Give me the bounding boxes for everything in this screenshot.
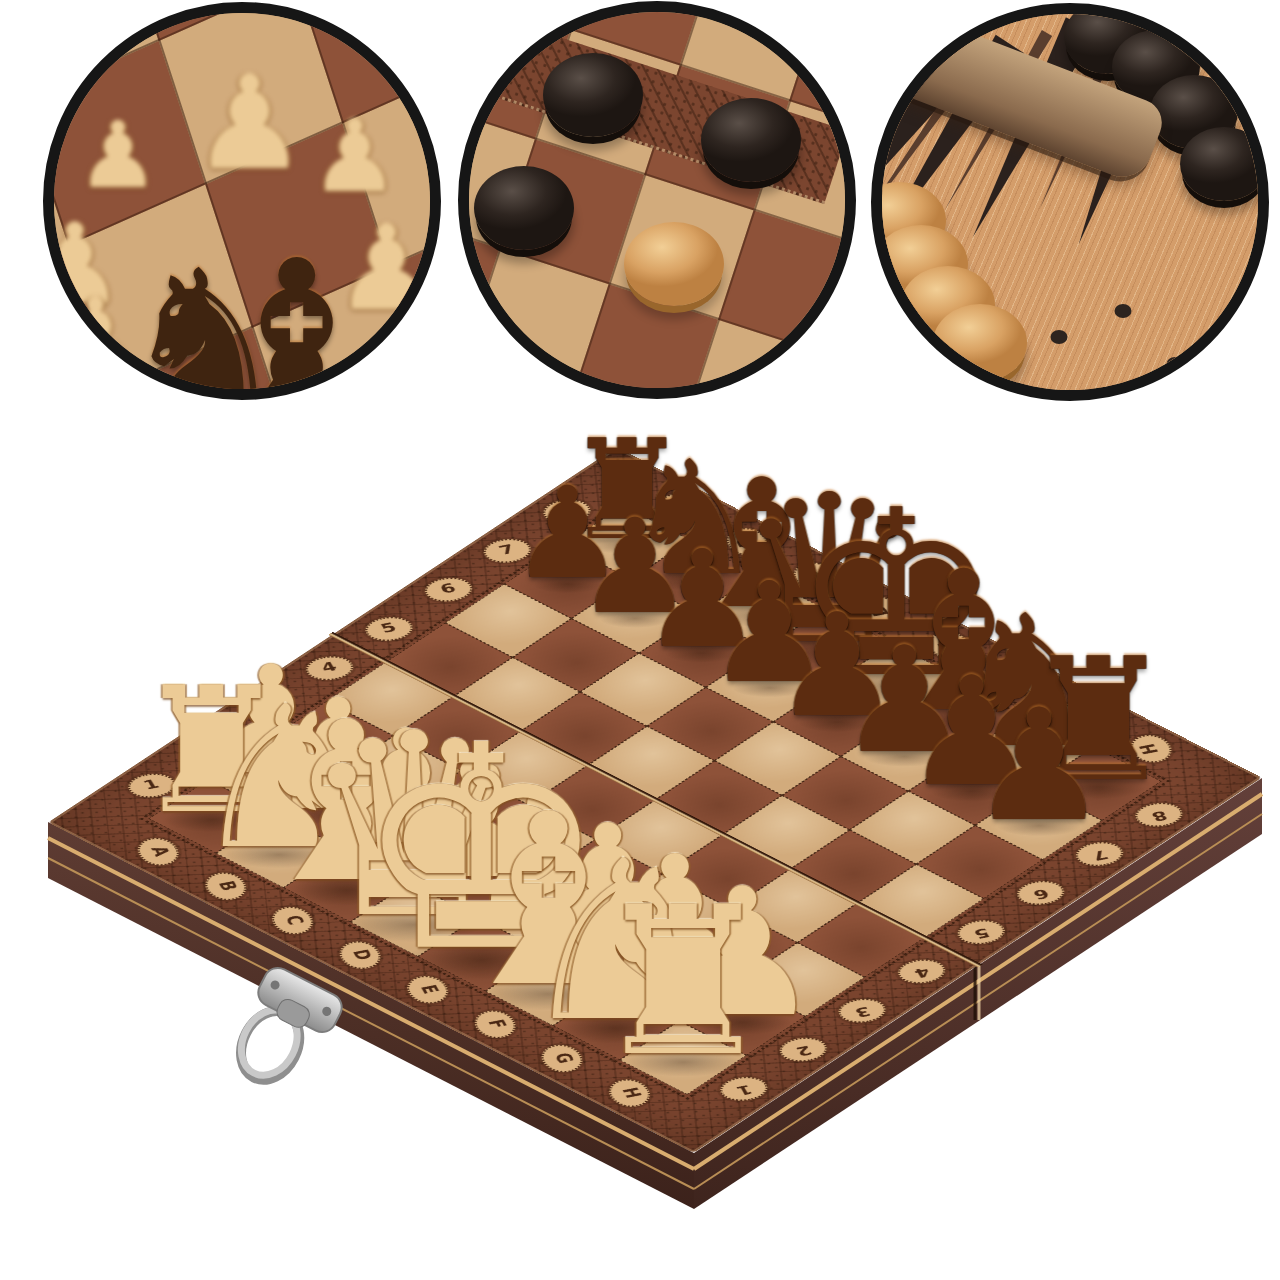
file-label-near-d: D xyxy=(334,938,387,972)
file-label-far-a: A xyxy=(653,490,706,524)
closeup-light-pawn: ♟ xyxy=(77,111,159,203)
dark-checker xyxy=(474,166,574,250)
rank-label-right-4: 4 xyxy=(892,956,950,987)
rank-label-left-8: 8 xyxy=(537,496,595,527)
file-label-far-e: E xyxy=(923,628,976,662)
file-label-near-h: H xyxy=(603,1076,656,1110)
dark-checker xyxy=(701,98,801,182)
file-label-far-b: B xyxy=(721,525,774,559)
inset-checkers-closeup xyxy=(458,1,856,399)
rank-label-left-2: 2 xyxy=(182,731,240,762)
rank-label-left-4: 4 xyxy=(300,652,358,683)
rank-label-left-7: 7 xyxy=(478,535,536,566)
rank-label-right-2: 2 xyxy=(774,1034,832,1065)
rank-label-right-5: 5 xyxy=(952,917,1010,948)
file-label-far-c: C xyxy=(788,559,841,593)
file-label-far-h: H xyxy=(1125,732,1178,766)
file-label-far-d: D xyxy=(855,594,908,628)
inset-chess-closeup: ♟♟♟♟♟♟♞♝ xyxy=(43,2,441,400)
rank-label-left-3: 3 xyxy=(241,692,299,723)
rank-label-right-6: 6 xyxy=(1011,877,1069,908)
rank-label-left-1: 1 xyxy=(122,770,180,801)
inset-backgammon-closeup xyxy=(871,3,1269,401)
inset-chess-content: ♟♟♟♟♟♟♞♝ xyxy=(54,13,430,389)
product-photo-3in1-game-set: AABBCCDDEEFFGGHH1122334455667788 ♜♞♟♝♟♛♟… xyxy=(0,0,1280,1280)
file-label-far-f: F xyxy=(990,663,1043,697)
file-label-near-g: G xyxy=(536,1041,589,1075)
backgammon-dot xyxy=(1050,330,1067,344)
rank-label-right-7: 7 xyxy=(1070,838,1128,869)
rank-label-left-6: 6 xyxy=(419,574,477,605)
file-label-near-e: E xyxy=(401,972,454,1006)
closeup-light-pawn: ♟ xyxy=(310,107,400,207)
rank-label-left-5: 5 xyxy=(359,613,417,644)
file-label-near-f: F xyxy=(469,1007,522,1041)
dark-checker xyxy=(543,53,643,137)
file-label-near-c: C xyxy=(267,903,320,937)
rank-label-right-1: 1 xyxy=(714,1073,772,1104)
file-label-near-a: A xyxy=(132,834,185,868)
closeup-light-pawn: ♟ xyxy=(191,58,308,188)
light-checker xyxy=(624,222,724,306)
backgammon-dot xyxy=(1114,304,1131,318)
file-label-near-b: B xyxy=(199,869,252,903)
dark-backgammon-checker xyxy=(1180,127,1268,201)
rank-label-right-3: 3 xyxy=(833,995,891,1026)
inset-checkers-content xyxy=(469,12,845,388)
file-label-far-g: G xyxy=(1057,697,1110,731)
rank-label-right-8: 8 xyxy=(1130,799,1188,830)
